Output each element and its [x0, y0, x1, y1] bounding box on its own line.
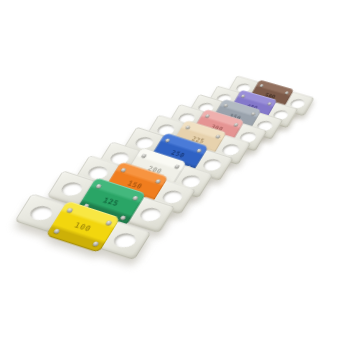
product-photo: 100125150200250225300350400500	[0, 0, 340, 340]
rivet	[215, 134, 221, 139]
rivet	[205, 114, 210, 118]
rivet	[196, 148, 202, 153]
bolt-hole	[60, 182, 83, 196]
bolt-hole	[112, 233, 137, 247]
rivet	[174, 164, 180, 169]
fuse-cascade: 100125150200250225300350400500	[0, 0, 340, 340]
rivet	[132, 195, 139, 201]
bolt-hole	[139, 208, 162, 222]
rivet	[251, 112, 256, 116]
rivet	[105, 220, 112, 226]
rivet	[92, 241, 99, 247]
rivet	[259, 84, 264, 88]
rivet	[233, 123, 238, 127]
rivet	[53, 228, 60, 234]
rivet	[141, 153, 147, 158]
bolt-hole	[29, 206, 54, 220]
amp-rating-label: 100	[73, 220, 93, 232]
rivet	[164, 138, 170, 143]
rivet	[66, 207, 73, 213]
rivet	[155, 179, 162, 184]
rivet	[267, 102, 272, 106]
rivet	[120, 168, 127, 173]
rivet	[95, 184, 102, 190]
amp-rating-label: 125	[102, 196, 121, 208]
rivet	[223, 103, 228, 107]
rivet	[284, 91, 289, 95]
rivet	[185, 125, 191, 130]
rivet	[241, 94, 246, 98]
